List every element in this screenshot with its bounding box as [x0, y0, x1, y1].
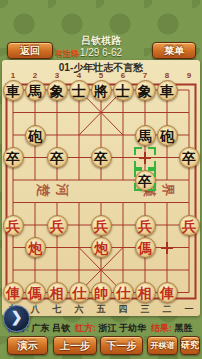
top-coord-9: 9	[181, 71, 197, 80]
top-coord-5: 5	[93, 71, 109, 80]
black-piece-馬[interactable]: 馬	[135, 125, 156, 146]
study-button[interactable]: 研究	[180, 336, 200, 355]
black-piece-馬[interactable]: 馬	[25, 80, 46, 101]
red-piece-炮[interactable]: 炮	[91, 237, 112, 258]
red-side-value: 浙江 于幼华	[99, 323, 147, 333]
red-piece-仕[interactable]: 仕	[69, 282, 90, 303]
red-piece-相[interactable]: 相	[47, 282, 68, 303]
red-piece-俥[interactable]: 俥	[157, 282, 178, 303]
bottom-coord-8: 二	[159, 303, 175, 316]
red-piece-兵[interactable]: 兵	[3, 215, 24, 236]
result-value: 黑胜	[175, 323, 193, 333]
red-piece-炮[interactable]: 炮	[25, 237, 46, 258]
red-piece-傌[interactable]: 傌	[25, 282, 46, 303]
red-piece-帥[interactable]: 帥	[91, 282, 112, 303]
black-piece-車[interactable]: 車	[157, 80, 178, 101]
top-coord-7: 7	[137, 71, 153, 80]
black-piece-士[interactable]: 士	[113, 80, 134, 101]
black-piece-卒[interactable]: 卒	[47, 147, 68, 168]
black-piece-象[interactable]: 象	[47, 80, 68, 101]
black-piece-砲[interactable]: 砲	[157, 125, 178, 146]
menu-button[interactable]: 菜单	[152, 42, 196, 59]
black-piece-將[interactable]: 將	[91, 80, 112, 101]
top-coord-3: 3	[49, 71, 65, 80]
bottom-coord-5: 五	[93, 303, 109, 316]
expand-arrow-button[interactable]: ❯	[3, 305, 30, 332]
bottom-coord-9: 一	[181, 303, 197, 316]
black-piece-砲[interactable]: 砲	[25, 125, 46, 146]
black-piece-象[interactable]: 象	[135, 80, 156, 101]
bottom-coord-7: 三	[137, 303, 153, 316]
red-piece-傌[interactable]: 傌	[135, 237, 156, 258]
next-move-button[interactable]: 下一步	[100, 336, 143, 355]
black-piece-車[interactable]: 車	[3, 80, 24, 101]
red-piece-兵[interactable]: 兵	[179, 215, 200, 236]
prev-move-button[interactable]: 上一步	[53, 336, 97, 355]
top-coord-4: 4	[71, 71, 87, 80]
top-coord-8: 8	[159, 71, 175, 80]
red-piece-仕[interactable]: 仕	[113, 282, 134, 303]
open-record-button[interactable]: 开棋谱	[147, 336, 178, 355]
top-coord-6: 6	[115, 71, 131, 80]
match-info: 黑方: 广东 吕钦红方: 浙江 于幼华结果: 黑胜	[8, 322, 198, 335]
result-label: 结果:	[151, 323, 172, 333]
black-piece-卒[interactable]: 卒	[91, 147, 112, 168]
red-piece-相[interactable]: 相	[135, 282, 156, 303]
black-piece-卒[interactable]: 卒	[179, 147, 200, 168]
red-piece-兵[interactable]: 兵	[135, 215, 156, 236]
red-piece-兵[interactable]: 兵	[47, 215, 68, 236]
red-side-label: 红方:	[75, 323, 96, 333]
black-side-value: 广东 吕钦	[32, 323, 71, 333]
red-piece-俥[interactable]: 俥	[3, 282, 24, 303]
annotation-label: 有注释	[55, 48, 79, 59]
river-label-left: 楚河	[33, 184, 71, 202]
demo-button[interactable]: 演示	[7, 336, 48, 355]
red-piece-兵[interactable]: 兵	[91, 215, 112, 236]
xiangqi-app: 吕钦棋路 1/29 6-62 返回 有注释 菜单 01-少年壮志不言愁 楚河 漢…	[0, 0, 202, 359]
black-piece-士[interactable]: 士	[69, 80, 90, 101]
top-coord-2: 2	[27, 71, 43, 80]
black-piece-卒[interactable]: 卒	[135, 170, 156, 191]
top-coord-1: 1	[5, 71, 21, 80]
back-button[interactable]: 返回	[7, 42, 53, 59]
bottom-coord-3: 七	[49, 303, 65, 316]
bottom-coord-4: 六	[71, 303, 87, 316]
black-piece-卒[interactable]: 卒	[3, 147, 24, 168]
bottom-coord-6: 四	[115, 303, 131, 316]
